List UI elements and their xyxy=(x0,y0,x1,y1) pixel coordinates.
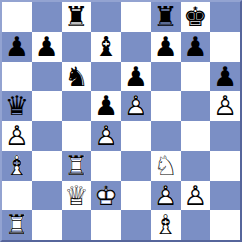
rook-outline-glyph: ♖ xyxy=(62,151,92,181)
white-pawn[interactable]: ♟♙ xyxy=(2,121,32,151)
square-f3[interactable]: ♞♘ xyxy=(151,151,181,181)
white-bishop[interactable]: ♝♗ xyxy=(2,151,32,181)
bishop-glyph: ♝ xyxy=(91,32,121,62)
king-glyph: ♚ xyxy=(181,2,211,32)
black-rook[interactable]: ♜ xyxy=(62,2,92,32)
black-rook[interactable]: ♜ xyxy=(151,2,181,32)
square-d4[interactable]: ♟♙ xyxy=(91,121,121,151)
square-f6[interactable] xyxy=(151,62,181,92)
pawn-outline-glyph: ♙ xyxy=(2,121,32,151)
knight-glyph: ♞ xyxy=(62,62,92,92)
pawn-glyph: ♟ xyxy=(121,62,151,92)
square-e5[interactable]: ♟♙ xyxy=(121,91,151,121)
square-f5[interactable] xyxy=(151,91,181,121)
pawn-outline-glyph: ♙ xyxy=(210,91,240,121)
square-c2[interactable]: ♛♕ xyxy=(62,181,92,211)
square-b4[interactable] xyxy=(32,121,62,151)
square-e4[interactable] xyxy=(121,121,151,151)
pawn-glyph: ♟ xyxy=(151,32,181,62)
square-f2[interactable]: ♟♙ xyxy=(151,181,181,211)
pawn-outline-glyph: ♙ xyxy=(151,181,181,211)
square-c5[interactable] xyxy=(62,91,92,121)
white-pawn[interactable]: ♟♙ xyxy=(181,181,211,211)
queen-glyph: ♛ xyxy=(2,91,32,121)
square-h4[interactable] xyxy=(210,121,240,151)
black-queen[interactable]: ♛ xyxy=(2,91,32,121)
white-rook[interactable]: ♜♖ xyxy=(2,210,32,240)
square-h8[interactable] xyxy=(210,2,240,32)
square-b8[interactable] xyxy=(32,2,62,32)
black-knight[interactable]: ♞ xyxy=(62,62,92,92)
pawn-glyph: ♟ xyxy=(32,32,62,62)
black-pawn[interactable]: ♟ xyxy=(32,32,62,62)
square-a5[interactable]: ♛ xyxy=(2,91,32,121)
square-e3[interactable] xyxy=(121,151,151,181)
square-b1[interactable] xyxy=(32,210,62,240)
rook-glyph: ♜ xyxy=(151,2,181,32)
square-c8[interactable]: ♜ xyxy=(62,2,92,32)
square-h3[interactable] xyxy=(210,151,240,181)
pawn-outline-glyph: ♙ xyxy=(91,121,121,151)
white-king[interactable]: ♚♔ xyxy=(91,181,121,211)
square-c3[interactable]: ♜♖ xyxy=(62,151,92,181)
square-e6[interactable]: ♟ xyxy=(121,62,151,92)
square-d5[interactable]: ♟ xyxy=(91,91,121,121)
white-pawn[interactable]: ♟♙ xyxy=(151,181,181,211)
square-a1[interactable]: ♜♖ xyxy=(2,210,32,240)
pawn-outline-glyph: ♙ xyxy=(121,91,151,121)
square-g6[interactable] xyxy=(181,62,211,92)
square-e8[interactable] xyxy=(121,2,151,32)
square-d1[interactable] xyxy=(91,210,121,240)
square-c4[interactable] xyxy=(62,121,92,151)
square-e1[interactable] xyxy=(121,210,151,240)
square-h7[interactable] xyxy=(210,32,240,62)
pawn-outline-glyph: ♙ xyxy=(181,181,211,211)
black-pawn[interactable]: ♟ xyxy=(151,32,181,62)
square-b3[interactable] xyxy=(32,151,62,181)
square-b6[interactable] xyxy=(32,62,62,92)
square-b5[interactable] xyxy=(32,91,62,121)
pawn-glyph: ♟ xyxy=(210,62,240,92)
white-rook[interactable]: ♜♖ xyxy=(62,151,92,181)
square-a2[interactable] xyxy=(2,181,32,211)
square-c7[interactable] xyxy=(62,32,92,62)
square-e7[interactable] xyxy=(121,32,151,62)
square-d2[interactable]: ♚♔ xyxy=(91,181,121,211)
square-a6[interactable] xyxy=(2,62,32,92)
square-d7[interactable]: ♝ xyxy=(91,32,121,62)
pawn-glyph: ♟ xyxy=(2,32,32,62)
chess-board: ♜♜♚♟♟♝♟♟♞♟♟♛♟♟♙♟♙♟♙♟♙♝♗♜♖♞♘♛♕♚♔♟♙♟♙♜♖♝♗ xyxy=(0,0,242,242)
square-a3[interactable]: ♝♗ xyxy=(2,151,32,181)
white-queen[interactable]: ♛♕ xyxy=(62,181,92,211)
black-bishop[interactable]: ♝ xyxy=(91,32,121,62)
square-c6[interactable]: ♞ xyxy=(62,62,92,92)
bishop-outline-glyph: ♗ xyxy=(151,210,181,240)
square-g8[interactable]: ♚ xyxy=(181,2,211,32)
square-h6[interactable]: ♟ xyxy=(210,62,240,92)
square-b2[interactable] xyxy=(32,181,62,211)
square-h2[interactable] xyxy=(210,181,240,211)
square-f1[interactable]: ♝♗ xyxy=(151,210,181,240)
square-a7[interactable]: ♟ xyxy=(2,32,32,62)
rook-outline-glyph: ♖ xyxy=(2,210,32,240)
square-d6[interactable] xyxy=(91,62,121,92)
black-pawn[interactable]: ♟ xyxy=(181,32,211,62)
square-d8[interactable] xyxy=(91,2,121,32)
square-f7[interactable]: ♟ xyxy=(151,32,181,62)
square-f8[interactable]: ♜ xyxy=(151,2,181,32)
white-pawn[interactable]: ♟♙ xyxy=(210,91,240,121)
black-pawn[interactable]: ♟ xyxy=(210,62,240,92)
square-b7[interactable]: ♟ xyxy=(32,32,62,62)
square-g7[interactable]: ♟ xyxy=(181,32,211,62)
square-g4[interactable] xyxy=(181,121,211,151)
rook-glyph: ♜ xyxy=(62,2,92,32)
square-d3[interactable] xyxy=(91,151,121,181)
black-king[interactable]: ♚ xyxy=(181,2,211,32)
white-pawn[interactable]: ♟♙ xyxy=(91,121,121,151)
king-outline-glyph: ♔ xyxy=(91,181,121,211)
white-knight[interactable]: ♞♘ xyxy=(151,151,181,181)
white-pawn[interactable]: ♟♙ xyxy=(121,91,151,121)
square-h5[interactable]: ♟♙ xyxy=(210,91,240,121)
black-pawn[interactable]: ♟ xyxy=(121,62,151,92)
knight-outline-glyph: ♘ xyxy=(151,151,181,181)
pawn-glyph: ♟ xyxy=(91,91,121,121)
black-pawn[interactable]: ♟ xyxy=(2,32,32,62)
square-f4[interactable] xyxy=(151,121,181,151)
bishop-outline-glyph: ♗ xyxy=(2,151,32,181)
square-g2[interactable]: ♟♙ xyxy=(181,181,211,211)
square-c1[interactable] xyxy=(62,210,92,240)
square-g3[interactable] xyxy=(181,151,211,181)
pawn-glyph: ♟ xyxy=(181,32,211,62)
square-g1[interactable] xyxy=(181,210,211,240)
square-a4[interactable]: ♟♙ xyxy=(2,121,32,151)
square-g5[interactable] xyxy=(181,91,211,121)
square-e2[interactable] xyxy=(121,181,151,211)
square-a8[interactable] xyxy=(2,2,32,32)
white-bishop[interactable]: ♝♗ xyxy=(151,210,181,240)
square-h1[interactable] xyxy=(210,210,240,240)
queen-outline-glyph: ♕ xyxy=(62,181,92,211)
black-pawn[interactable]: ♟ xyxy=(91,91,121,121)
